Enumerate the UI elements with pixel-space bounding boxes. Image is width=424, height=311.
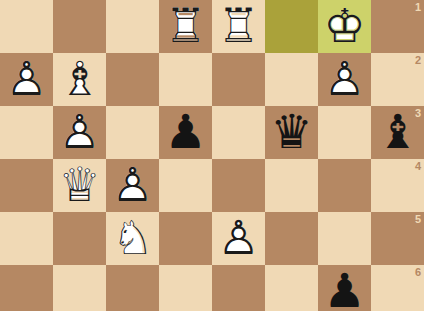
white-bishop-glyph-outline: ♗ — [53, 52, 106, 105]
square-c3[interactable]: ♛ — [265, 106, 318, 159]
square-h4[interactable] — [0, 159, 53, 212]
square-h6[interactable] — [0, 265, 53, 311]
white-rook-glyph-outline: ♖ — [159, 0, 212, 52]
rank-label-1: 1 — [415, 1, 421, 14]
white-pawn[interactable]: ♟♙ — [53, 106, 106, 159]
white-rook-glyph-outline: ♖ — [212, 0, 265, 52]
white-rook[interactable]: ♜♖ — [159, 0, 212, 53]
white-knight-glyph-fill: ♞ — [106, 211, 159, 264]
square-c5[interactable] — [265, 212, 318, 265]
square-e4[interactable] — [159, 159, 212, 212]
square-b2[interactable]: ♟♙ — [318, 53, 371, 106]
square-f5[interactable]: ♞♘ — [106, 212, 159, 265]
square-a1[interactable]: 1 — [371, 0, 424, 53]
white-pawn-glyph-fill: ♟ — [53, 105, 106, 158]
square-h1[interactable] — [0, 0, 53, 53]
square-c2[interactable] — [265, 53, 318, 106]
square-e5[interactable] — [159, 212, 212, 265]
square-c4[interactable] — [265, 159, 318, 212]
white-bishop-glyph-fill: ♝ — [53, 52, 106, 105]
rank-label-5: 5 — [415, 213, 421, 226]
square-f2[interactable] — [106, 53, 159, 106]
square-e3[interactable]: ♟ — [159, 106, 212, 159]
black-pawn[interactable]: ♟ — [159, 106, 212, 159]
square-a6[interactable]: 6 — [371, 265, 424, 311]
white-pawn-glyph-outline: ♙ — [0, 52, 53, 105]
square-d5[interactable]: ♟♙ — [212, 212, 265, 265]
square-e2[interactable] — [159, 53, 212, 106]
board-grid: ♜♖♜♖♚♔1♟♙♝♗♟♙2♟♙♟♛3♝♛♕♟♙4♞♘♟♙5♟6 — [0, 0, 424, 311]
white-knight[interactable]: ♞♘ — [106, 212, 159, 265]
white-pawn-glyph-outline: ♙ — [106, 158, 159, 211]
black-queen-glyph: ♛ — [265, 105, 318, 158]
white-pawn[interactable]: ♟♙ — [318, 53, 371, 106]
square-d6[interactable] — [212, 265, 265, 311]
white-pawn[interactable]: ♟♙ — [0, 53, 53, 106]
white-pawn-glyph-fill: ♟ — [106, 158, 159, 211]
black-pawn[interactable]: ♟ — [318, 265, 371, 311]
white-pawn-glyph-outline: ♙ — [318, 52, 371, 105]
white-bishop[interactable]: ♝♗ — [53, 53, 106, 106]
square-a4[interactable]: 4 — [371, 159, 424, 212]
square-e6[interactable] — [159, 265, 212, 311]
square-c1[interactable] — [265, 0, 318, 53]
rank-label-4: 4 — [415, 160, 421, 173]
square-c6[interactable] — [265, 265, 318, 311]
square-g1[interactable] — [53, 0, 106, 53]
black-bishop-glyph: ♝ — [371, 105, 424, 158]
white-king[interactable]: ♚♔ — [318, 0, 371, 53]
white-rook-glyph-fill: ♜ — [159, 0, 212, 52]
white-queen[interactable]: ♛♕ — [53, 159, 106, 212]
white-pawn-glyph-outline: ♙ — [53, 105, 106, 158]
white-knight-glyph-outline: ♘ — [106, 211, 159, 264]
white-king-glyph-fill: ♚ — [318, 0, 371, 52]
square-h3[interactable] — [0, 106, 53, 159]
square-a2[interactable]: 2 — [371, 53, 424, 106]
square-f4[interactable]: ♟♙ — [106, 159, 159, 212]
black-pawn-glyph: ♟ — [159, 105, 212, 158]
white-pawn-glyph-fill: ♟ — [0, 52, 53, 105]
square-h2[interactable]: ♟♙ — [0, 53, 53, 106]
black-bishop[interactable]: ♝ — [371, 106, 424, 159]
rank-label-2: 2 — [415, 54, 421, 67]
rank-label-6: 6 — [415, 266, 421, 279]
square-b1[interactable]: ♚♔ — [318, 0, 371, 53]
white-pawn[interactable]: ♟♙ — [212, 212, 265, 265]
black-queen[interactable]: ♛ — [265, 106, 318, 159]
square-b4[interactable] — [318, 159, 371, 212]
square-e1[interactable]: ♜♖ — [159, 0, 212, 53]
white-queen-glyph-fill: ♛ — [53, 158, 106, 211]
square-h5[interactable] — [0, 212, 53, 265]
square-f3[interactable] — [106, 106, 159, 159]
square-b6[interactable]: ♟ — [318, 265, 371, 311]
square-g2[interactable]: ♝♗ — [53, 53, 106, 106]
square-g4[interactable]: ♛♕ — [53, 159, 106, 212]
square-g6[interactable] — [53, 265, 106, 311]
square-d1[interactable]: ♜♖ — [212, 0, 265, 53]
square-g5[interactable] — [53, 212, 106, 265]
square-b3[interactable] — [318, 106, 371, 159]
square-d2[interactable] — [212, 53, 265, 106]
square-g3[interactable]: ♟♙ — [53, 106, 106, 159]
square-f6[interactable] — [106, 265, 159, 311]
square-a5[interactable]: 5 — [371, 212, 424, 265]
square-a3[interactable]: 3♝ — [371, 106, 424, 159]
white-pawn[interactable]: ♟♙ — [106, 159, 159, 212]
white-pawn-glyph-fill: ♟ — [318, 52, 371, 105]
white-king-glyph-outline: ♔ — [318, 0, 371, 52]
white-pawn-glyph-outline: ♙ — [212, 211, 265, 264]
white-pawn-glyph-fill: ♟ — [212, 211, 265, 264]
square-f1[interactable] — [106, 0, 159, 53]
chess-board: ♜♖♜♖♚♔1♟♙♝♗♟♙2♟♙♟♛3♝♛♕♟♙4♞♘♟♙5♟6 — [0, 0, 424, 311]
white-queen-glyph-outline: ♕ — [53, 158, 106, 211]
square-d4[interactable] — [212, 159, 265, 212]
square-d3[interactable] — [212, 106, 265, 159]
black-pawn-glyph: ♟ — [318, 264, 371, 311]
square-b5[interactable] — [318, 212, 371, 265]
white-rook-glyph-fill: ♜ — [212, 0, 265, 52]
white-rook[interactable]: ♜♖ — [212, 0, 265, 53]
